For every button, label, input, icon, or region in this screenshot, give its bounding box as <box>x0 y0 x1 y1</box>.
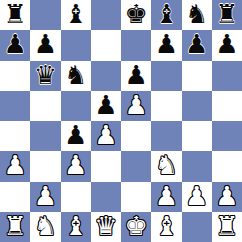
square-g6[interactable] <box>182 61 212 91</box>
chess-board: ♜♝♚♝♞♜♟♟♟♟♟♛♞♟♟♟♟♟♟♟♞♟♟♟♟♜♞♝♛♚♝♜ <box>0 0 242 242</box>
square-d8[interactable] <box>91 0 121 30</box>
square-g8[interactable]: ♞ <box>182 0 212 30</box>
black-pawn[interactable]: ♟ <box>34 31 57 57</box>
white-pawn[interactable]: ♟ <box>155 183 178 209</box>
square-c1[interactable]: ♝ <box>61 212 91 242</box>
white-pawn[interactable]: ♟ <box>215 183 238 209</box>
square-f4[interactable] <box>151 121 181 151</box>
square-d3[interactable] <box>91 151 121 181</box>
square-e4[interactable] <box>121 121 151 151</box>
square-b2[interactable]: ♟ <box>30 182 60 212</box>
square-c8[interactable]: ♝ <box>61 0 91 30</box>
square-b3[interactable] <box>30 151 60 181</box>
white-pawn[interactable]: ♟ <box>64 152 87 178</box>
square-a5[interactable] <box>0 91 30 121</box>
white-pawn[interactable]: ♟ <box>124 92 147 118</box>
board-container: ♜♝♚♝♞♜♟♟♟♟♟♛♞♟♟♟♟♟♟♟♞♟♟♟♟♜♞♝♛♚♝♜ <box>0 0 242 242</box>
square-e8[interactable]: ♚ <box>121 0 151 30</box>
square-h1[interactable]: ♜ <box>212 212 242 242</box>
square-c5[interactable] <box>61 91 91 121</box>
black-pawn[interactable]: ♟ <box>3 31 26 57</box>
square-h2[interactable]: ♟ <box>212 182 242 212</box>
white-pawn[interactable]: ♟ <box>94 122 117 148</box>
square-f8[interactable]: ♝ <box>151 0 181 30</box>
square-a3[interactable]: ♟ <box>0 151 30 181</box>
black-pawn[interactable]: ♟ <box>64 122 87 148</box>
square-f6[interactable] <box>151 61 181 91</box>
square-a8[interactable]: ♜ <box>0 0 30 30</box>
black-knight[interactable]: ♞ <box>64 62 87 88</box>
white-king[interactable]: ♚ <box>124 213 147 239</box>
black-knight[interactable]: ♞ <box>185 1 208 27</box>
white-queen[interactable]: ♛ <box>94 213 117 239</box>
black-pawn[interactable]: ♟ <box>185 31 208 57</box>
square-h8[interactable]: ♜ <box>212 0 242 30</box>
square-g4[interactable] <box>182 121 212 151</box>
white-pawn[interactable]: ♟ <box>3 152 26 178</box>
square-a4[interactable] <box>0 121 30 151</box>
square-d1[interactable]: ♛ <box>91 212 121 242</box>
square-d6[interactable] <box>91 61 121 91</box>
square-g1[interactable] <box>182 212 212 242</box>
black-rook[interactable]: ♜ <box>3 1 26 27</box>
square-f1[interactable]: ♝ <box>151 212 181 242</box>
square-h3[interactable] <box>212 151 242 181</box>
square-e3[interactable] <box>121 151 151 181</box>
white-rook[interactable]: ♜ <box>3 213 26 239</box>
square-f5[interactable] <box>151 91 181 121</box>
square-a2[interactable] <box>0 182 30 212</box>
square-h6[interactable] <box>212 61 242 91</box>
black-pawn[interactable]: ♟ <box>215 31 238 57</box>
square-g3[interactable] <box>182 151 212 181</box>
white-pawn[interactable]: ♟ <box>185 183 208 209</box>
square-d5[interactable]: ♟ <box>91 91 121 121</box>
square-g7[interactable]: ♟ <box>182 30 212 60</box>
square-c4[interactable]: ♟ <box>61 121 91 151</box>
square-d4[interactable]: ♟ <box>91 121 121 151</box>
square-e6[interactable]: ♟ <box>121 61 151 91</box>
square-a7[interactable]: ♟ <box>0 30 30 60</box>
white-rook[interactable]: ♜ <box>215 213 238 239</box>
square-f2[interactable]: ♟ <box>151 182 181 212</box>
square-e1[interactable]: ♚ <box>121 212 151 242</box>
square-d2[interactable] <box>91 182 121 212</box>
square-f3[interactable]: ♞ <box>151 151 181 181</box>
square-b7[interactable]: ♟ <box>30 30 60 60</box>
square-a1[interactable]: ♜ <box>0 212 30 242</box>
black-king[interactable]: ♚ <box>124 1 147 27</box>
square-h5[interactable] <box>212 91 242 121</box>
square-b5[interactable] <box>30 91 60 121</box>
square-e5[interactable]: ♟ <box>121 91 151 121</box>
square-f7[interactable]: ♟ <box>151 30 181 60</box>
square-b6[interactable]: ♛ <box>30 61 60 91</box>
square-g2[interactable]: ♟ <box>182 182 212 212</box>
white-bishop[interactable]: ♝ <box>155 213 178 239</box>
square-h7[interactable]: ♟ <box>212 30 242 60</box>
black-pawn[interactable]: ♟ <box>124 62 147 88</box>
square-e2[interactable] <box>121 182 151 212</box>
black-bishop[interactable]: ♝ <box>64 1 87 27</box>
white-pawn[interactable]: ♟ <box>34 183 57 209</box>
white-knight[interactable]: ♞ <box>34 213 57 239</box>
square-c7[interactable] <box>61 30 91 60</box>
square-b8[interactable] <box>30 0 60 30</box>
white-knight[interactable]: ♞ <box>155 152 178 178</box>
square-b1[interactable]: ♞ <box>30 212 60 242</box>
black-pawn[interactable]: ♟ <box>94 92 117 118</box>
black-queen[interactable]: ♛ <box>34 62 57 88</box>
square-a6[interactable] <box>0 61 30 91</box>
square-b4[interactable] <box>30 121 60 151</box>
square-h4[interactable] <box>212 121 242 151</box>
black-bishop[interactable]: ♝ <box>155 1 178 27</box>
square-g5[interactable] <box>182 91 212 121</box>
white-bishop[interactable]: ♝ <box>64 213 87 239</box>
square-e7[interactable] <box>121 30 151 60</box>
square-c2[interactable] <box>61 182 91 212</box>
black-rook[interactable]: ♜ <box>215 1 238 27</box>
square-d7[interactable] <box>91 30 121 60</box>
black-pawn[interactable]: ♟ <box>155 31 178 57</box>
square-c3[interactable]: ♟ <box>61 151 91 181</box>
square-c6[interactable]: ♞ <box>61 61 91 91</box>
